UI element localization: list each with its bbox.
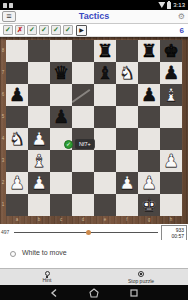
square-g7[interactable] <box>138 62 160 84</box>
square-a1[interactable] <box>6 194 28 216</box>
piece-white-pawn: ♟ <box>28 172 50 194</box>
bottom-action-bar: Hint Stop puzzle <box>0 268 188 285</box>
square-b2[interactable]: ♟ <box>28 172 50 194</box>
puzzle-result-pass[interactable]: ✓ <box>27 25 37 35</box>
battery-icon <box>167 2 171 9</box>
square-c7[interactable]: ♛ <box>50 62 72 84</box>
square-h7[interactable]: ♟ <box>160 62 182 84</box>
piece-white-pawn: ♟ <box>116 172 138 194</box>
square-b1[interactable] <box>28 194 50 216</box>
piece-white-pawn: ♟ <box>138 172 160 194</box>
piece-black-pawn: ♟ <box>50 106 72 128</box>
side-to-move-text: White to move <box>22 249 67 256</box>
square-g1[interactable]: ♚ <box>138 194 160 216</box>
piece-black-queen: ♛ <box>50 62 72 84</box>
square-f5[interactable] <box>116 106 138 128</box>
square-f6[interactable] <box>116 84 138 106</box>
file-labels: abcdefgh <box>6 216 182 224</box>
square-g8[interactable]: ♜ <box>138 40 160 62</box>
notification-icon <box>9 3 13 8</box>
puzzle-result-pass[interactable]: ✓ <box>39 25 49 35</box>
square-c2[interactable] <box>50 172 72 194</box>
status-bar: 3:13 <box>0 0 188 10</box>
square-a4[interactable]: ♞ <box>6 128 28 150</box>
settings-icon[interactable]: ⚙ <box>178 11 185 22</box>
square-c6[interactable] <box>50 84 72 106</box>
piece-black-rook: ♜ <box>138 40 160 62</box>
file-label-b: b <box>28 216 50 224</box>
square-f7[interactable]: ♞ <box>116 62 138 84</box>
rating-slider-row: 497 933 00:57 <box>0 224 188 240</box>
square-g6[interactable]: ♟ <box>138 84 160 106</box>
piece-white-pawn: ♟ <box>6 172 28 194</box>
square-d2[interactable] <box>72 172 94 194</box>
puzzle-result-pass[interactable]: ✓ <box>51 25 61 35</box>
file-label-g: g <box>138 216 160 224</box>
file-label-c: c <box>50 216 72 224</box>
file-label-e: e <box>94 216 116 224</box>
play-button[interactable]: ▶ <box>76 25 87 36</box>
square-a5[interactable] <box>6 106 28 128</box>
square-a3[interactable] <box>6 150 28 172</box>
slider-min-label: 497 <box>1 229 9 235</box>
square-a6[interactable]: ♟ <box>6 84 28 106</box>
square-e2[interactable] <box>94 172 116 194</box>
square-a8[interactable] <box>6 40 28 62</box>
stop-circle-icon <box>138 271 144 277</box>
square-c8[interactable] <box>50 40 72 62</box>
chess-board-frame: 87654321 ♜♜♚♛♝♞♟♟♟♝♟♞♟♝♟♟♟♟♟♚ abcdefgh ✓… <box>0 37 188 224</box>
square-b7[interactable] <box>28 62 50 84</box>
page-title: Tactics <box>0 10 188 23</box>
puzzle-results-row: ✓✗✓✓✓✓ ▶ 6 <box>0 24 188 37</box>
toolbar: ≡ Tactics ⚙ <box>0 10 188 24</box>
puzzle-result-fail[interactable]: ✗ <box>15 25 25 35</box>
notification-icon <box>3 3 7 8</box>
square-c3[interactable] <box>50 150 72 172</box>
piece-white-knight: ♞ <box>6 128 28 150</box>
square-f4[interactable] <box>116 128 138 150</box>
file-label-f: f <box>116 216 138 224</box>
square-h2[interactable] <box>160 172 182 194</box>
square-h3[interactable]: ♟ <box>160 150 182 172</box>
piece-white-pawn: ♟ <box>28 128 50 150</box>
square-c1[interactable] <box>50 194 72 216</box>
stop-puzzle-button[interactable]: Stop puzzle <box>94 269 188 285</box>
puzzle-result-pass[interactable]: ✓ <box>3 25 13 35</box>
square-f2[interactable]: ♟ <box>116 172 138 194</box>
square-a2[interactable]: ♟ <box>6 172 28 194</box>
hint-button[interactable]: Hint <box>0 269 94 285</box>
square-a7[interactable] <box>6 62 28 84</box>
square-b5[interactable] <box>28 106 50 128</box>
square-e8[interactable]: ♜ <box>94 40 116 62</box>
square-e1[interactable] <box>94 194 116 216</box>
square-c5[interactable]: ♟ <box>50 106 72 128</box>
square-f8[interactable] <box>116 40 138 62</box>
puzzle-result-pass[interactable]: ✓ <box>63 25 73 35</box>
square-h1[interactable] <box>160 194 182 216</box>
square-h6[interactable]: ♝ <box>160 84 182 106</box>
piece-black-pawn: ♟ <box>6 84 28 106</box>
square-d3[interactable] <box>72 150 94 172</box>
piece-black-pawn: ♟ <box>138 84 160 106</box>
piece-black-rook: ♜ <box>94 40 116 62</box>
square-d5[interactable] <box>72 106 94 128</box>
move-popup: ✓ Nf7+ <box>64 139 95 149</box>
square-d7[interactable] <box>72 62 94 84</box>
square-g2[interactable]: ♟ <box>138 172 160 194</box>
square-h5[interactable] <box>160 106 182 128</box>
piece-white-pawn: ♟ <box>160 150 182 172</box>
white-side-icon <box>10 251 16 257</box>
square-f3[interactable] <box>116 150 138 172</box>
square-b6[interactable] <box>28 84 50 106</box>
move-popup-text: Nf7+ <box>75 139 95 149</box>
piece-white-bishop: ♝ <box>28 150 50 172</box>
square-b3[interactable]: ♝ <box>28 150 50 172</box>
square-h4[interactable] <box>160 128 182 150</box>
rating-box: 933 00:57 <box>161 225 187 241</box>
app-screen: 3:13 ≡ Tactics ⚙ ✓✗✓✓✓✓ ▶ 6 87654321 ♜♜♚… <box>0 0 188 300</box>
square-d1[interactable] <box>72 194 94 216</box>
piece-black-king: ♚ <box>160 40 182 62</box>
square-e3[interactable] <box>94 150 116 172</box>
side-to-move-row: White to move <box>0 240 188 268</box>
elapsed-time: 00:57 <box>164 233 184 239</box>
piece-white-king: ♚ <box>138 194 160 216</box>
recents-icon[interactable] <box>129 288 139 298</box>
file-label-h: h <box>160 216 182 224</box>
square-e4[interactable] <box>94 128 116 150</box>
square-d8[interactable] <box>72 40 94 62</box>
android-nav-bar <box>0 285 188 300</box>
clock-time: 3:13 <box>173 0 185 10</box>
slider-handle[interactable] <box>86 230 91 235</box>
square-h8[interactable]: ♚ <box>160 40 182 62</box>
piece-white-knight: ♞ <box>116 62 138 84</box>
piece-black-bishop: ♝ <box>94 62 116 84</box>
square-b8[interactable] <box>28 40 50 62</box>
puzzle-count-badge: 6 <box>180 26 185 35</box>
home-icon[interactable] <box>89 288 99 298</box>
square-g5[interactable] <box>138 106 160 128</box>
wifi-icon <box>158 2 165 8</box>
square-e5[interactable] <box>94 106 116 128</box>
back-icon[interactable] <box>49 288 59 298</box>
piece-black-pawn: ♟ <box>160 62 182 84</box>
square-g3[interactable] <box>138 150 160 172</box>
file-label-d: d <box>72 216 94 224</box>
piece-white-bishop: ♝ <box>160 84 182 106</box>
correct-move-icon: ✓ <box>64 140 73 149</box>
square-g4[interactable] <box>138 128 160 150</box>
hint-bulb-icon <box>45 271 50 276</box>
square-e6[interactable] <box>94 84 116 106</box>
chess-board[interactable]: ♜♜♚♛♝♞♟♟♟♝♟♞♟♝♟♟♟♟♟♚ <box>6 40 182 216</box>
square-e7[interactable]: ♝ <box>94 62 116 84</box>
square-f1[interactable] <box>116 194 138 216</box>
file-label-a: a <box>6 216 28 224</box>
stop-puzzle-label: Stop puzzle <box>128 278 154 284</box>
square-b4[interactable]: ♟ <box>28 128 50 150</box>
